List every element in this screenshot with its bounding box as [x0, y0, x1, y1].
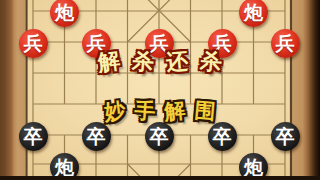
- screen-bottom-strip: [0, 176, 320, 180]
- red-cannon-glyph: 炮: [55, 2, 74, 22]
- caption-char: 妙: [103, 99, 127, 124]
- black-soldier-piece[interactable]: 卒: [82, 122, 111, 151]
- caption-banner-top: 解杀还杀: [98, 50, 222, 74]
- black-soldier-glyph: 卒: [24, 126, 43, 146]
- black-cannon-glyph: 炮: [55, 157, 74, 177]
- red-soldier-glyph: 兵: [24, 33, 43, 53]
- red-soldier-glyph: 兵: [276, 33, 295, 53]
- caption-char: 杀: [199, 49, 223, 75]
- caption-char: 解: [164, 99, 187, 124]
- xiangqi-app-screen: 炮炮兵兵兵兵兵卒卒卒卒卒炮炮 解杀还杀 妙手解围: [0, 0, 320, 180]
- caption-char: 还: [165, 49, 189, 75]
- caption-char: 杀: [131, 49, 155, 75]
- black-soldier-glyph: 卒: [213, 126, 232, 146]
- red-cannon-piece[interactable]: 炮: [239, 0, 268, 27]
- caption-char: 解: [97, 49, 122, 76]
- caption-char: 手: [134, 99, 157, 124]
- black-soldier-glyph: 卒: [150, 126, 169, 146]
- black-cannon-glyph: 炮: [244, 157, 263, 177]
- caption-char: 围: [194, 99, 217, 124]
- red-soldier-piece[interactable]: 兵: [271, 29, 300, 58]
- red-soldier-piece[interactable]: 兵: [19, 29, 48, 58]
- caption-banner-bottom: 妙手解围: [105, 100, 216, 123]
- red-cannon-glyph: 炮: [244, 2, 263, 22]
- black-soldier-piece[interactable]: 卒: [19, 122, 48, 151]
- black-soldier-glyph: 卒: [276, 126, 295, 146]
- black-soldier-piece[interactable]: 卒: [271, 122, 300, 151]
- black-soldier-piece[interactable]: 卒: [208, 122, 237, 151]
- board-grid: [0, 0, 320, 180]
- red-cannon-piece[interactable]: 炮: [50, 0, 79, 27]
- black-soldier-glyph: 卒: [87, 126, 106, 146]
- black-soldier-piece[interactable]: 卒: [145, 122, 174, 151]
